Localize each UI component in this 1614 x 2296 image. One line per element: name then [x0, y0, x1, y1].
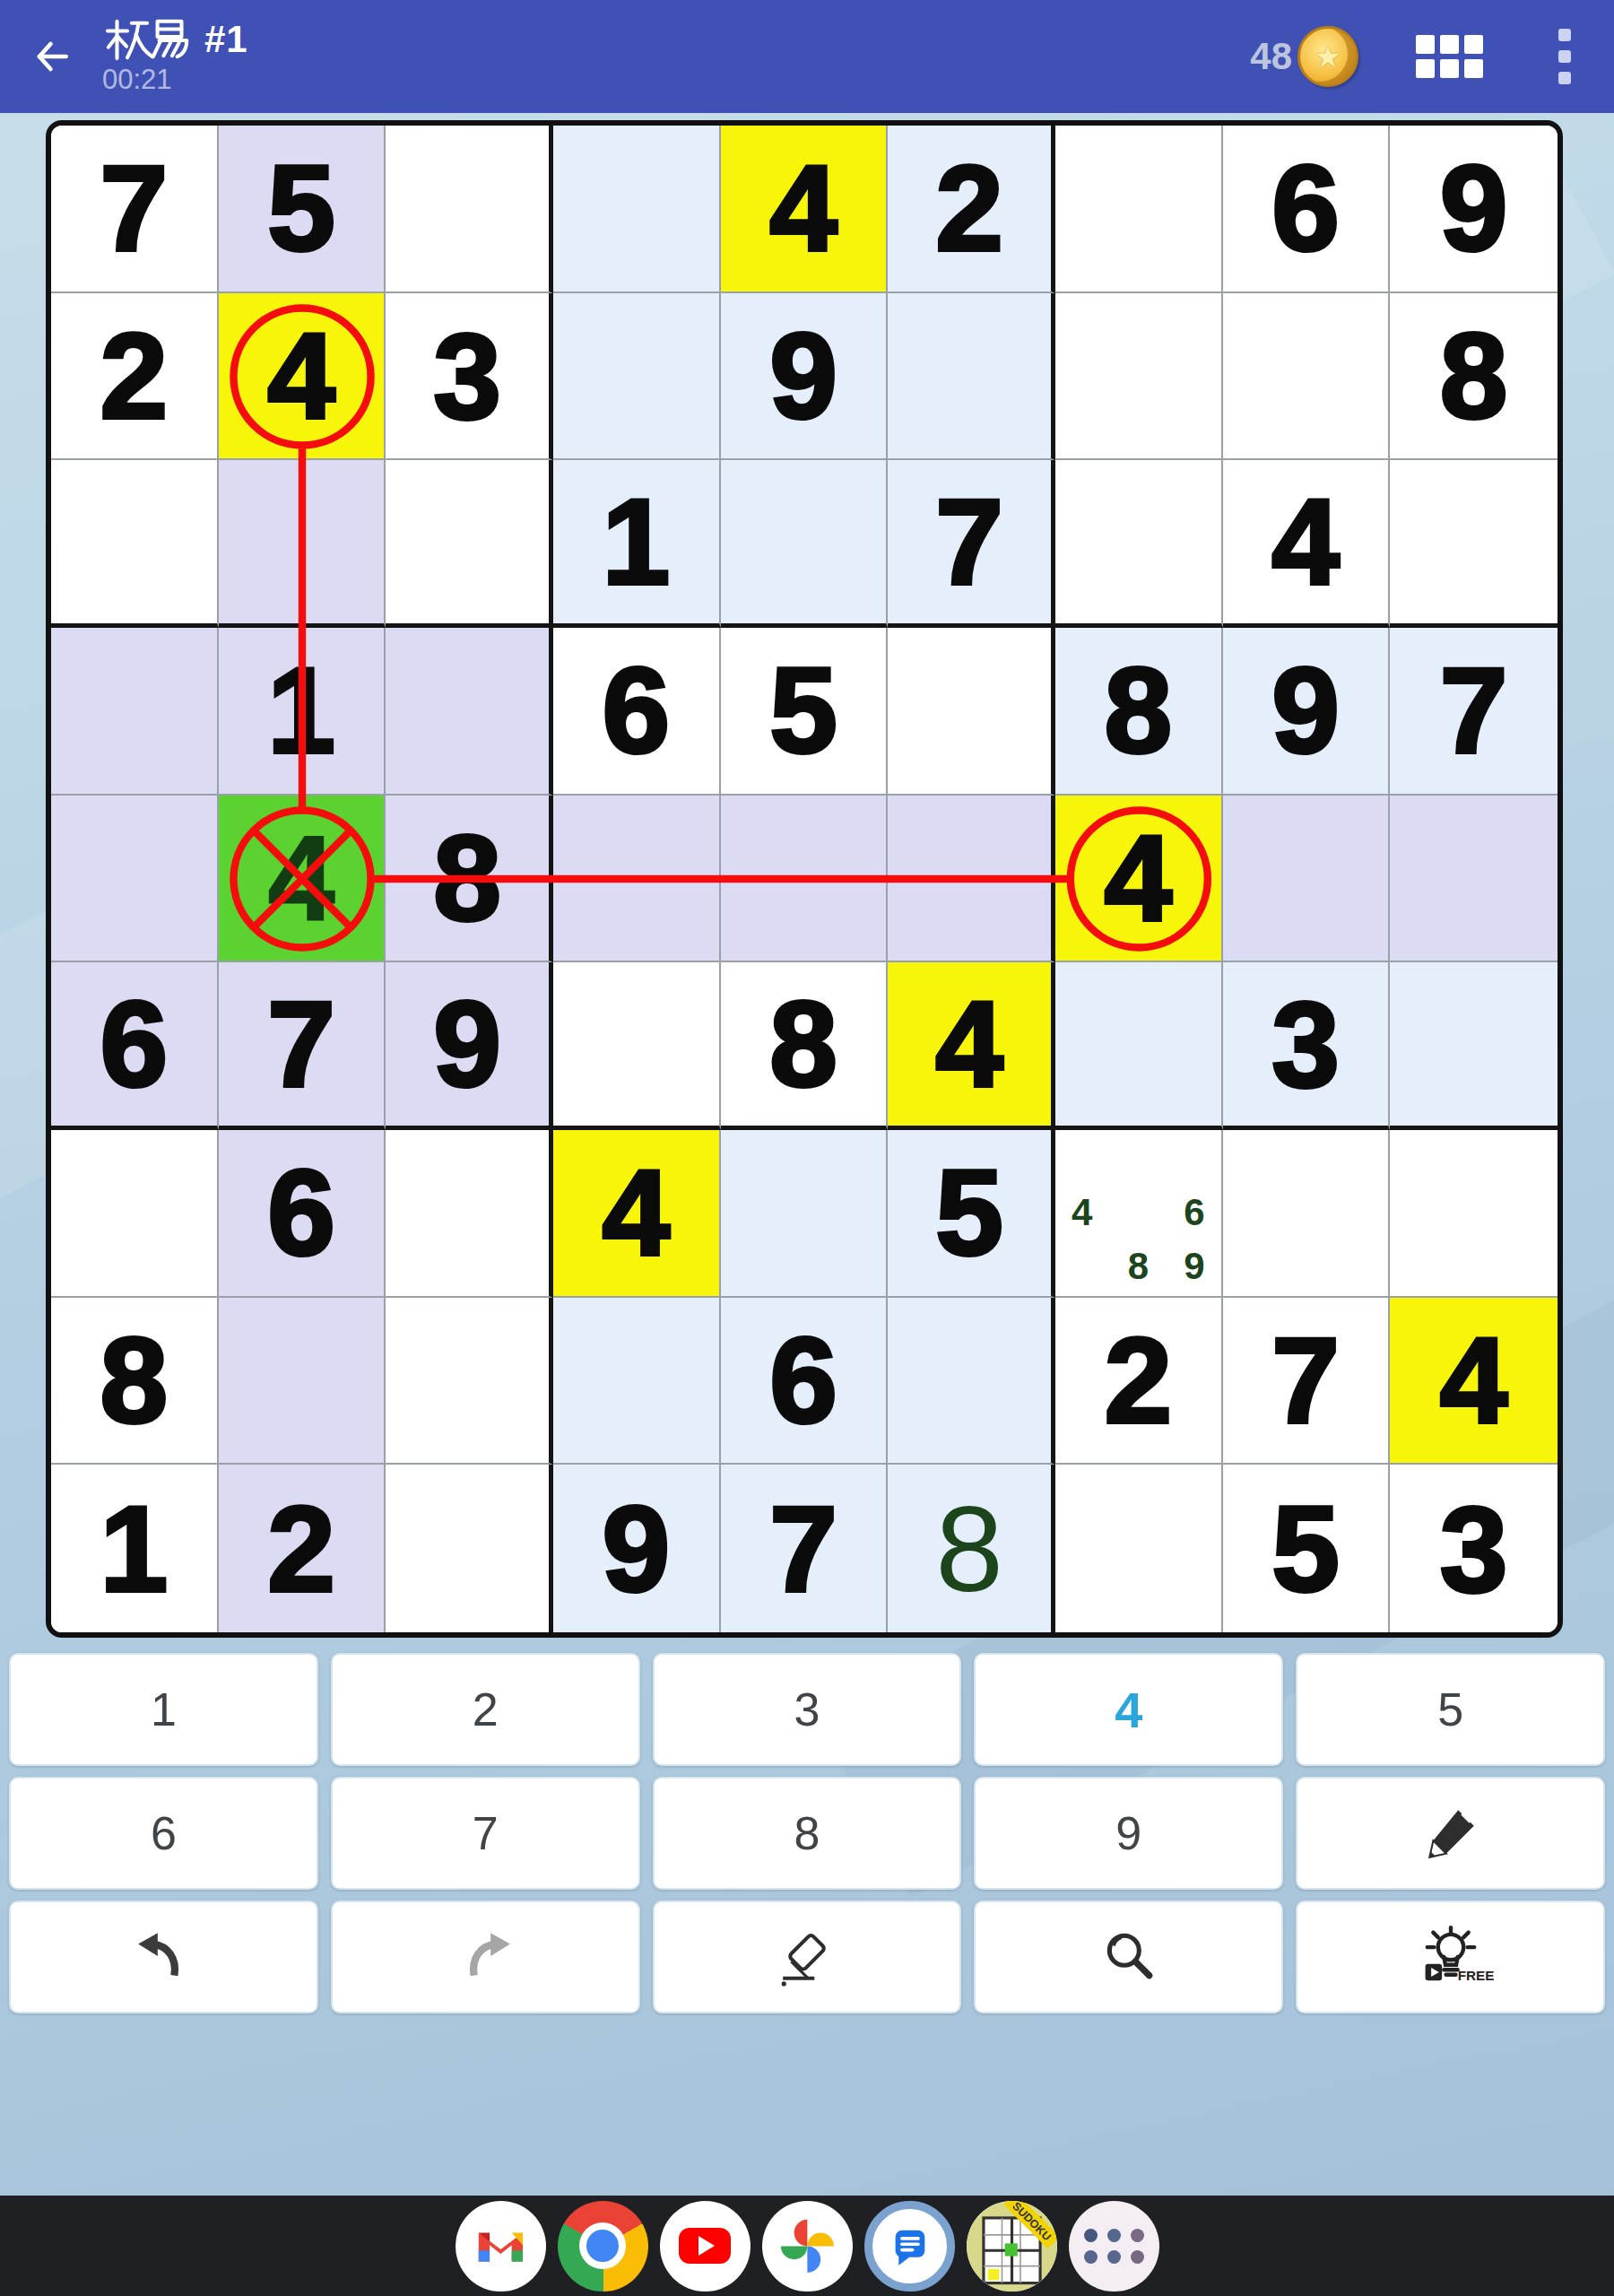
cell-r5c2[interactable]: 4: [219, 796, 386, 963]
cell-r1c7[interactable]: [1055, 126, 1223, 293]
given-digit: 6: [267, 1152, 335, 1274]
cell-r3c3[interactable]: [386, 460, 553, 628]
cell-r4c8[interactable]: 9: [1223, 628, 1391, 796]
pencil-mark-8: 8: [1128, 1248, 1149, 1285]
given-digit: 1: [100, 1488, 169, 1610]
cell-r5c5[interactable]: [721, 796, 889, 963]
undo-button[interactable]: [9, 1900, 318, 2013]
given-digit: 9: [1271, 649, 1340, 771]
user-digit: 8: [935, 1488, 1003, 1610]
cell-r2c2[interactable]: 4: [219, 293, 386, 461]
given-digit: 9: [769, 315, 837, 437]
redo-button[interactable]: [331, 1900, 640, 2013]
cell-r2c5[interactable]: 9: [721, 293, 889, 461]
pencil-icon: [1418, 1804, 1484, 1863]
given-digit: 4: [935, 983, 1003, 1105]
cell-r9c7[interactable]: [1055, 1465, 1223, 1632]
youtube-icon[interactable]: [660, 2201, 751, 2292]
num-2[interactable]: 2: [331, 1653, 640, 1766]
cell-r1c1[interactable]: 7: [51, 126, 219, 293]
cell-r8c2[interactable]: [219, 1298, 386, 1465]
hint-free-badge: FREE: [1457, 1968, 1493, 1983]
given-digit: 6: [1271, 147, 1340, 269]
given-digit: 2: [100, 315, 169, 437]
cell-r5c6[interactable]: [888, 796, 1055, 963]
given-digit: 6: [100, 983, 169, 1105]
number-pad-row: FREE: [9, 1900, 1605, 2013]
back-button[interactable]: [25, 30, 79, 83]
sudoku-board: 7542692439817416589748467984364546898627…: [46, 120, 1563, 1638]
eraser-icon: [774, 1927, 840, 1987]
cell-r6c6[interactable]: 4: [888, 962, 1055, 1130]
cell-r2c1[interactable]: 2: [51, 293, 219, 461]
given-digit: 7: [100, 147, 169, 269]
given-digit: 2: [1105, 1319, 1173, 1441]
given-digit: 1: [267, 649, 335, 771]
given-digit: 8: [433, 817, 501, 939]
pencil-marks: 4689: [1055, 1130, 1221, 1296]
cell-r2c9[interactable]: 8: [1390, 293, 1558, 461]
given-digit: 7: [935, 481, 1003, 603]
magnifier-icon: [1096, 1927, 1162, 1987]
coin-count: 48: [1250, 35, 1292, 78]
google-photos-icon[interactable]: [762, 2201, 853, 2292]
number-pad-row: 12345: [9, 1653, 1605, 1766]
cell-r9c4[interactable]: 9: [553, 1465, 721, 1632]
overflow-menu-icon[interactable]: [1558, 29, 1571, 84]
given-digit: 7: [267, 983, 335, 1105]
given-digit: 6: [769, 1319, 837, 1441]
cell-r1c6[interactable]: 2: [888, 126, 1055, 293]
cell-r4c5[interactable]: 5: [721, 628, 889, 796]
cell-r2c7[interactable]: [1055, 293, 1223, 461]
given-digit: 3: [1440, 1488, 1508, 1610]
cell-r6c4[interactable]: [553, 962, 721, 1130]
cell-r1c4[interactable]: [553, 126, 721, 293]
cell-r5c8[interactable]: [1223, 796, 1391, 963]
num-5[interactable]: 5: [1296, 1653, 1605, 1766]
chrome-icon[interactable]: [558, 2201, 648, 2292]
given-digit: 9: [433, 983, 501, 1105]
timer: 00:21: [102, 64, 248, 96]
boards-grid-icon[interactable]: [1416, 35, 1483, 78]
cell-r2c8[interactable]: [1223, 293, 1391, 461]
cell-r2c4[interactable]: [553, 293, 721, 461]
cell-r6c2[interactable]: 7: [219, 962, 386, 1130]
cell-r9c3[interactable]: [386, 1465, 553, 1632]
cell-r8c3[interactable]: [386, 1298, 553, 1465]
cell-r7c3[interactable]: [386, 1130, 553, 1298]
given-digit: 4: [1440, 1319, 1508, 1441]
cell-r8c1[interactable]: 8: [51, 1298, 219, 1465]
cell-r7c7[interactable]: 4689: [1055, 1130, 1223, 1298]
given-digit: 8: [100, 1319, 169, 1441]
cell-r9c8[interactable]: 5: [1223, 1465, 1391, 1632]
hint-button[interactable]: FREE: [1296, 1900, 1605, 2013]
given-digit: 8: [1105, 649, 1173, 771]
given-digit: 5: [1271, 1488, 1340, 1610]
cell-r8c7[interactable]: 2: [1055, 1298, 1223, 1465]
cell-r8c8[interactable]: 7: [1223, 1298, 1391, 1465]
user-digit: 4: [267, 817, 335, 939]
cell-r7c9[interactable]: [1390, 1130, 1558, 1298]
android-dock: SUDOKU: [0, 2196, 1614, 2296]
given-digit: 3: [1271, 983, 1340, 1105]
cell-r1c9[interactable]: 9: [1390, 126, 1558, 293]
pencil-mark-9: 9: [1184, 1248, 1204, 1285]
given-digit: 6: [603, 649, 671, 771]
cell-r9c5[interactable]: 7: [721, 1465, 889, 1632]
sudoku-app-icon[interactable]: SUDOKU: [967, 2201, 1057, 2292]
cell-r3c5[interactable]: [721, 460, 889, 628]
cell-r5c1[interactable]: [51, 796, 219, 963]
board-grid: 7542692439817416589748467984364546898627…: [51, 126, 1558, 1632]
cell-r3c8[interactable]: 4: [1223, 460, 1391, 628]
num-1[interactable]: 1: [9, 1653, 318, 1766]
dock-icons: SUDOKU: [0, 2196, 1614, 2296]
sudoku-app-screen: 极易 #1 #1 00:21 48 ★ 75426924398174165897…: [0, 0, 1614, 2296]
given-digit: 3: [433, 315, 501, 437]
cell-r3c1[interactable]: [51, 460, 219, 628]
given-digit: 7: [1271, 1319, 1340, 1441]
eraser-button[interactable]: [653, 1900, 962, 2013]
page-title: 极易 #1 #1: [102, 17, 248, 62]
given-digit: 9: [603, 1488, 671, 1610]
cell-r8c5[interactable]: 6: [721, 1298, 889, 1465]
given-digit: 4: [267, 315, 335, 437]
cell-r5c9[interactable]: [1390, 796, 1558, 963]
num-9[interactable]: 9: [974, 1777, 1283, 1890]
cell-r6c8[interactable]: 3: [1223, 962, 1391, 1130]
cell-r4c9[interactable]: 7: [1390, 628, 1558, 796]
pencil-button[interactable]: [1296, 1777, 1605, 1890]
given-digit: 2: [935, 147, 1003, 269]
given-digit: 8: [769, 983, 837, 1105]
back-arrow-icon: [30, 34, 74, 79]
given-digit: 2: [267, 1488, 335, 1610]
given-digit: 7: [1440, 649, 1508, 771]
cell-r6c3[interactable]: 9: [386, 962, 553, 1130]
num-7[interactable]: 7: [331, 1777, 640, 1890]
given-digit: 4: [1271, 481, 1340, 603]
redo-icon: [452, 1927, 518, 1987]
app-bar: 极易 #1 #1 00:21 48 ★: [0, 0, 1614, 113]
given-digit: 1: [603, 481, 671, 603]
cell-r9c6[interactable]: 8: [888, 1465, 1055, 1632]
pencil-mark-6: 6: [1184, 1194, 1204, 1231]
cell-r4c2[interactable]: 1: [219, 628, 386, 796]
cell-r6c1[interactable]: 6: [51, 962, 219, 1130]
cell-r7c5[interactable]: [721, 1130, 889, 1298]
cell-r2c3[interactable]: 3: [386, 293, 553, 461]
cell-r4c6[interactable]: [888, 628, 1055, 796]
cell-r7c8[interactable]: [1223, 1130, 1391, 1298]
cell-r6c5[interactable]: 8: [721, 962, 889, 1130]
cell-r9c9[interactable]: 3: [1390, 1465, 1558, 1632]
given-digit: 5: [769, 649, 837, 771]
coin-icon[interactable]: ★: [1297, 26, 1358, 87]
cell-r4c4[interactable]: 6: [553, 628, 721, 796]
given-digit: 5: [267, 147, 335, 269]
magnifier-button[interactable]: [974, 1900, 1283, 2013]
given-digit: 8: [1440, 315, 1508, 437]
num-6[interactable]: 6: [9, 1777, 318, 1890]
cell-r3c2[interactable]: [219, 460, 386, 628]
cell-r6c9[interactable]: [1390, 962, 1558, 1130]
cell-r1c2[interactable]: 5: [219, 126, 386, 293]
cell-r8c9[interactable]: 4: [1390, 1298, 1558, 1465]
undo-icon: [130, 1927, 196, 1987]
num-8[interactable]: 8: [653, 1777, 962, 1890]
cell-r9c1[interactable]: 1: [51, 1465, 219, 1632]
gmail-icon[interactable]: [456, 2201, 546, 2292]
cell-r7c2[interactable]: 6: [219, 1130, 386, 1298]
messages-icon[interactable]: [864, 2201, 955, 2292]
cell-r7c4[interactable]: 4: [553, 1130, 721, 1298]
given-digit: 4: [769, 147, 837, 269]
cell-r7c6[interactable]: 5: [888, 1130, 1055, 1298]
cell-r7c1[interactable]: [51, 1130, 219, 1298]
cell-r2c6[interactable]: [888, 293, 1055, 461]
given-digit: 7: [769, 1488, 837, 1610]
hint-bulb-icon: FREE: [1408, 1926, 1494, 1988]
cell-r5c7[interactable]: 4: [1055, 796, 1223, 963]
cell-r1c3[interactable]: [386, 126, 553, 293]
cell-r8c6[interactable]: [888, 1298, 1055, 1465]
cell-r4c3[interactable]: [386, 628, 553, 796]
app-drawer-icon[interactable]: [1069, 2201, 1159, 2292]
cell-r6c7[interactable]: [1055, 962, 1223, 1130]
cell-r3c4[interactable]: 1: [553, 460, 721, 628]
puzzle-number: #1: [204, 18, 248, 61]
cell-r1c8[interactable]: 6: [1223, 126, 1391, 293]
cell-r3c7[interactable]: [1055, 460, 1223, 628]
title-hanzi-glyphs: [102, 18, 195, 61]
cell-r5c3[interactable]: 8: [386, 796, 553, 963]
cell-r3c9[interactable]: [1390, 460, 1558, 628]
given-digit: 9: [1440, 147, 1508, 269]
pencil-mark-4: 4: [1072, 1194, 1092, 1231]
number-pad: 123456789FREE: [9, 1653, 1605, 2013]
cell-r9c2[interactable]: 2: [219, 1465, 386, 1632]
num-4[interactable]: 4: [974, 1653, 1283, 1766]
cell-r4c1[interactable]: [51, 628, 219, 796]
given-digit: 5: [935, 1152, 1003, 1274]
cell-r5c4[interactable]: [553, 796, 721, 963]
cell-r3c6[interactable]: 7: [888, 460, 1055, 628]
cell-r1c5[interactable]: 4: [721, 126, 889, 293]
cell-r8c4[interactable]: [553, 1298, 721, 1465]
number-pad-row: 6789: [9, 1777, 1605, 1890]
cell-r4c7[interactable]: 8: [1055, 628, 1223, 796]
given-digit: 4: [1105, 817, 1173, 939]
num-3[interactable]: 3: [653, 1653, 962, 1766]
given-digit: 4: [603, 1152, 671, 1274]
